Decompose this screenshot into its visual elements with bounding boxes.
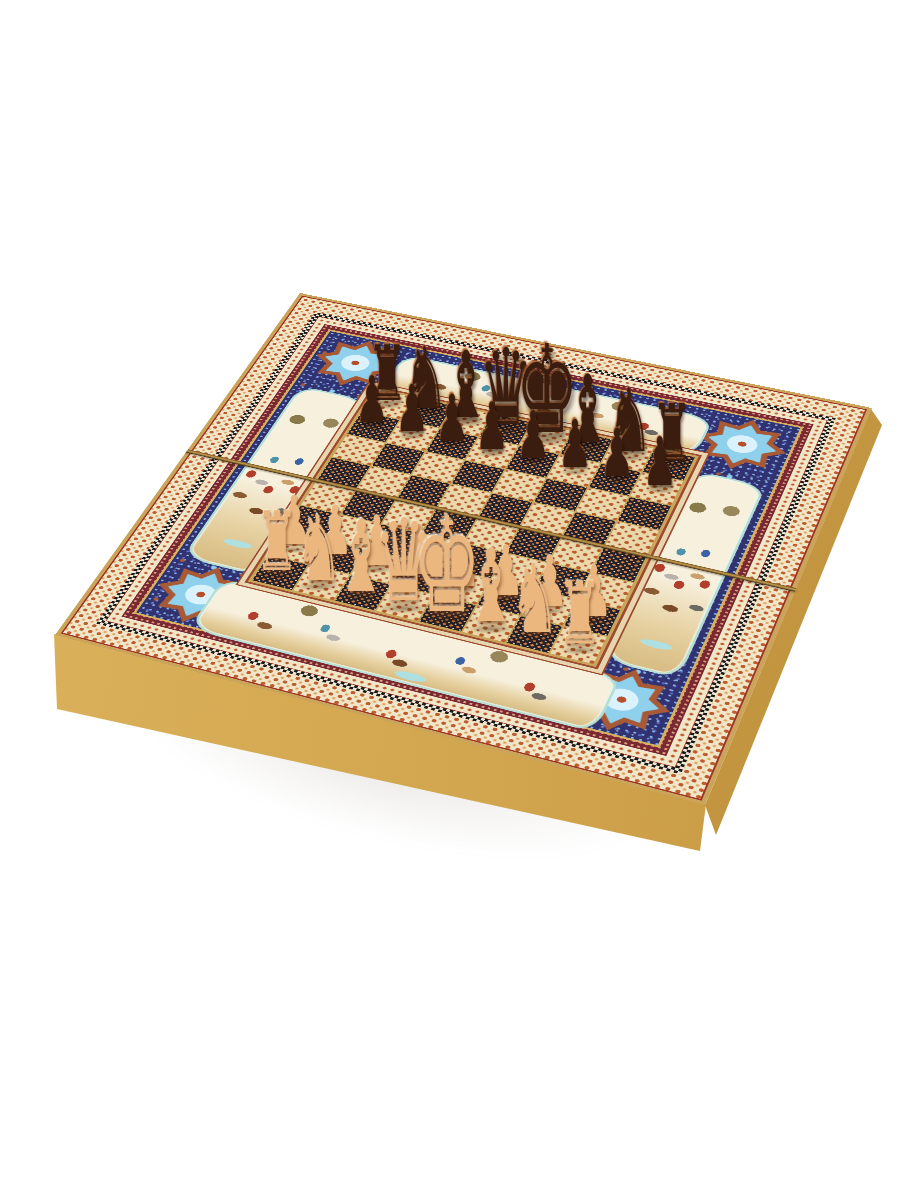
white-rook-a1[interactable]: ♜	[256, 501, 299, 583]
black-pawn-e7[interactable]: ♟	[516, 403, 550, 469]
white-knight-g1[interactable]: ♞	[511, 553, 560, 648]
black-pawn-f7[interactable]: ♟	[558, 411, 592, 477]
black-pawn-h7[interactable]: ♟	[642, 429, 677, 496]
black-pawn-c7[interactable]: ♟	[435, 386, 469, 451]
product-photo: ♜♞♝♛♚♝♞♜♟♟♟♟♟♟♟♟♟♟♟♟♟♟♟♟♜♞♝♛♚♝♞♜	[0, 0, 900, 1200]
white-bishop-f1[interactable]: ♝	[464, 536, 517, 637]
black-pawn-a7[interactable]: ♟	[355, 369, 388, 433]
black-pawn-b7[interactable]: ♟	[395, 377, 429, 442]
black-pawn-g7[interactable]: ♟	[600, 420, 635, 487]
white-rook-h1[interactable]: ♜	[558, 572, 603, 658]
black-pawn-d7[interactable]: ♟	[475, 394, 509, 459]
